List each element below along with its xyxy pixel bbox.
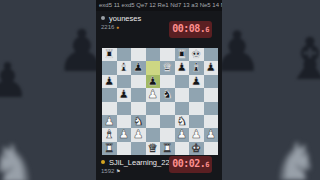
square-a8[interactable]: ♜ — [102, 48, 117, 61]
flag-icon: ⚑ — [116, 168, 120, 174]
square-h2[interactable]: ♟ — [204, 128, 219, 141]
top-player-clock: 00:08.6 — [169, 21, 212, 38]
top-player-name: youneses — [109, 14, 141, 23]
black-pawn-c7[interactable]: ♟ — [131, 61, 146, 74]
square-b4[interactable] — [117, 102, 132, 115]
black-pawn-f7[interactable]: ♟ — [175, 61, 190, 74]
square-a5[interactable] — [102, 88, 117, 101]
square-h1[interactable] — [204, 142, 219, 155]
white-pawn-g2[interactable]: ♟ — [189, 128, 204, 141]
square-h5[interactable] — [204, 88, 219, 101]
square-g4[interactable] — [189, 102, 204, 115]
square-e3[interactable] — [160, 115, 175, 128]
online-dot-icon — [101, 160, 105, 164]
square-h6[interactable] — [204, 75, 219, 88]
square-g6[interactable]: ♟ — [189, 75, 204, 88]
top-player-rating: 2216 — [101, 24, 114, 30]
square-b5[interactable]: ♟ — [117, 88, 132, 101]
square-e7[interactable]: ♛ — [160, 61, 175, 74]
black-queen-e7[interactable]: ♛ — [160, 61, 175, 74]
square-d7[interactable] — [146, 61, 161, 74]
game-panel: exd5 11 exd5 Qe7 12 Re1 Nd7 13 a3 Ne5 14… — [96, 0, 222, 180]
square-c5[interactable] — [131, 88, 146, 101]
white-bishop-a2[interactable]: ♝ — [102, 128, 117, 141]
chess-board[interactable]: ♜♜♚♝♟♛♟♝♟♟♟♟♟♟♞♟♞♞♝♟♟♟♟♟♜♛♜♚ — [102, 48, 218, 155]
square-h7[interactable]: ♟ — [204, 61, 219, 74]
top-player-bar: youneses 2216 ● 00:08.6 — [96, 11, 222, 48]
square-d3[interactable] — [146, 115, 161, 128]
square-d2[interactable] — [146, 128, 161, 141]
black-bishop-b7[interactable]: ♝ — [117, 61, 132, 74]
bottom-player-bar: SJiL_Learning_22 1592 ⚑ 00:02.6 — [96, 155, 222, 180]
white-pawn-d5[interactable]: ♟ — [146, 88, 161, 101]
black-pawn-b5[interactable]: ♟ — [117, 88, 132, 101]
square-e5[interactable]: ♞ — [160, 88, 175, 101]
black-bishop-g7[interactable]: ♝ — [189, 61, 204, 74]
square-a1[interactable]: ♜ — [102, 142, 117, 155]
square-a4[interactable] — [102, 102, 117, 115]
bottom-player-name: SJiL_Learning_22 — [109, 158, 169, 167]
square-f6[interactable] — [175, 75, 190, 88]
square-d4[interactable] — [146, 102, 161, 115]
square-b1[interactable] — [117, 142, 132, 155]
knight-silhouette-bottom-left-icon: ♞ — [0, 138, 37, 180]
square-g5[interactable] — [189, 88, 204, 101]
white-king-g1[interactable]: ♚ — [189, 142, 204, 155]
white-rook-a1[interactable]: ♜ — [102, 142, 117, 155]
black-pawn-a6[interactable]: ♟ — [102, 75, 117, 88]
white-pawn-f2[interactable]: ♟ — [175, 128, 190, 141]
square-b2[interactable]: ♟ — [117, 128, 132, 141]
square-a7[interactable] — [102, 61, 117, 74]
square-c1[interactable] — [131, 142, 146, 155]
square-e4[interactable] — [160, 102, 175, 115]
square-e2[interactable] — [160, 128, 175, 141]
square-c6[interactable] — [131, 75, 146, 88]
move-list-bar[interactable]: exd5 11 exd5 Qe7 12 Re1 Nd7 13 a3 Ne5 14… — [96, 0, 222, 11]
square-f1[interactable] — [175, 142, 190, 155]
square-b7[interactable]: ♝ — [117, 61, 132, 74]
flair-icon: ● — [116, 24, 119, 30]
black-pawn-g6[interactable]: ♟ — [189, 75, 204, 88]
square-g1[interactable]: ♚ — [189, 142, 204, 155]
square-a2[interactable]: ♝ — [102, 128, 117, 141]
square-c4[interactable] — [131, 102, 146, 115]
bottom-player-rating: 1592 — [101, 168, 114, 174]
bishop-silhouette-right-icon: ♝ — [284, 30, 320, 88]
square-a6[interactable]: ♟ — [102, 75, 117, 88]
square-g2[interactable]: ♟ — [189, 128, 204, 141]
black-rook-a8[interactable]: ♜ — [102, 48, 117, 61]
knight-silhouette-bottom-right-icon: ♞ — [272, 136, 319, 180]
square-f2[interactable]: ♟ — [175, 128, 190, 141]
pawn-silhouette-left-icon: ♟ — [0, 56, 29, 104]
video-frame: ♟ ♟ ♟ ♝ ♞ ♞ exd5 11 exd5 Qe7 12 Re1 Nd7 … — [0, 0, 320, 180]
square-h4[interactable] — [204, 102, 219, 115]
online-dot-icon — [101, 16, 105, 20]
square-c2[interactable]: ♟ — [131, 128, 146, 141]
square-f7[interactable]: ♟ — [175, 61, 190, 74]
black-pawn-h7[interactable]: ♟ — [204, 61, 219, 74]
square-d8[interactable] — [146, 48, 161, 61]
square-d1[interactable]: ♛ — [146, 142, 161, 155]
square-f4[interactable] — [175, 102, 190, 115]
square-f5[interactable] — [175, 88, 190, 101]
black-knight-e5[interactable]: ♞ — [160, 88, 175, 101]
square-c7[interactable]: ♟ — [131, 61, 146, 74]
white-pawn-h2[interactable]: ♟ — [204, 128, 219, 141]
white-rook-e1[interactable]: ♜ — [160, 142, 175, 155]
square-e1[interactable]: ♜ — [160, 142, 175, 155]
white-pawn-b2[interactable]: ♟ — [117, 128, 132, 141]
white-queen-d1[interactable]: ♛ — [146, 142, 161, 155]
square-g7[interactable]: ♝ — [189, 61, 204, 74]
square-d5[interactable]: ♟ — [146, 88, 161, 101]
bottom-player-clock: 00:02.6 — [169, 156, 212, 173]
white-pawn-c2[interactable]: ♟ — [131, 128, 146, 141]
